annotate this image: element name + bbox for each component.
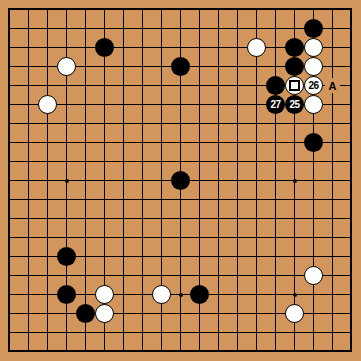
stone-white-move-26: 26 xyxy=(304,76,323,95)
move-number-label: 25 xyxy=(289,100,299,110)
stone-black xyxy=(171,171,190,190)
stone-white xyxy=(95,285,114,304)
stone-white xyxy=(304,38,323,57)
stone-black xyxy=(304,133,323,152)
stone-black-move-25: 25 xyxy=(285,95,304,114)
stone-white xyxy=(57,57,76,76)
stone-black xyxy=(57,285,76,304)
stone-white xyxy=(304,266,323,285)
stone-black xyxy=(285,38,304,57)
go-board-grid[interactable]: 262725A xyxy=(0,0,361,361)
stone-white xyxy=(304,57,323,76)
stone-white xyxy=(285,304,304,323)
move-number-label: 26 xyxy=(308,81,318,91)
stone-black-move-27: 27 xyxy=(266,95,285,114)
stone-white xyxy=(152,285,171,304)
stone-black xyxy=(190,285,209,304)
stone-white xyxy=(95,304,114,323)
stone-black xyxy=(266,76,285,95)
stone-white xyxy=(304,95,323,114)
stone-white xyxy=(285,76,304,95)
stone-white xyxy=(38,95,57,114)
go-board[interactable]: 262725A xyxy=(0,0,361,361)
point-label-text: A xyxy=(325,78,340,93)
stone-white xyxy=(247,38,266,57)
point-label-a[interactable]: A xyxy=(323,76,342,95)
move-number-label: 27 xyxy=(270,100,280,110)
stone-black xyxy=(95,38,114,57)
stone-black xyxy=(57,247,76,266)
stone-black xyxy=(304,19,323,38)
stone-black xyxy=(285,57,304,76)
square-marker xyxy=(289,80,300,91)
stone-black xyxy=(76,304,95,323)
stone-black xyxy=(171,57,190,76)
